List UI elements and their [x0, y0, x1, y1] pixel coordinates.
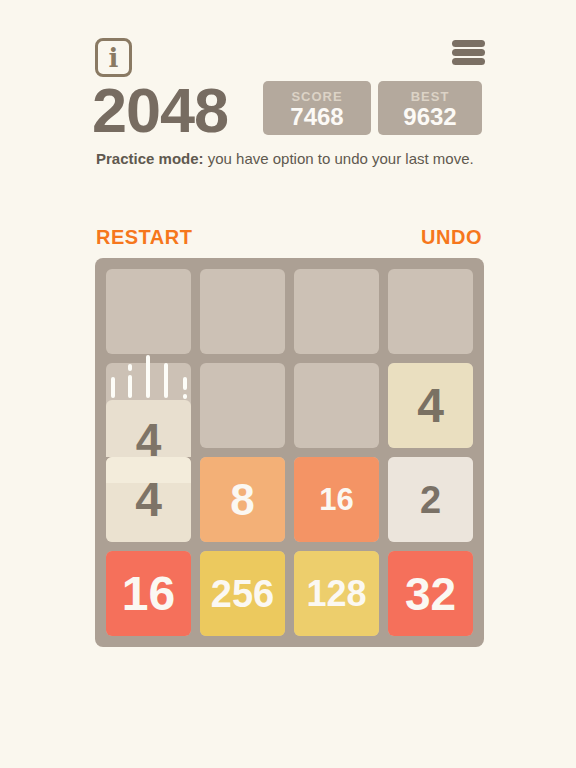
tile-8: 8	[200, 457, 285, 542]
tile-256: 256	[200, 551, 285, 636]
tile-value: 16	[319, 484, 353, 515]
game-board[interactable]: 4481621625612832 4	[95, 258, 484, 647]
best-label: BEST	[411, 89, 450, 104]
score-value: 7468	[290, 104, 343, 130]
cell-r2-c3: 2	[388, 457, 473, 542]
cell-r1-c3: 4	[388, 363, 473, 448]
restart-button[interactable]: RESTART	[96, 226, 192, 249]
practice-mode-note: Practice mode: you have option to undo y…	[96, 149, 496, 168]
board-grid: 4481621625612832	[95, 258, 484, 647]
tile-value: 4	[417, 382, 444, 430]
tile-value: 16	[122, 570, 175, 618]
practice-mode-label: Practice mode:	[96, 150, 204, 167]
tile-16: 16	[294, 457, 379, 542]
info-button[interactable]: i	[95, 38, 132, 77]
cell-r1-c1	[200, 363, 285, 448]
cell-r3-c3: 32	[388, 551, 473, 636]
cell-r3-c2: 128	[294, 551, 379, 636]
app-screen: i 2048 SCORE 7468 BEST 9632 Practice mod…	[0, 0, 576, 768]
hamburger-icon	[452, 40, 485, 47]
cell-r0-c0	[106, 269, 191, 354]
menu-button[interactable]	[452, 40, 485, 65]
best-box: BEST 9632	[378, 81, 482, 135]
tile-128: 128	[294, 551, 379, 636]
practice-mode-text: you have option to undo your last move.	[204, 150, 474, 167]
cell-r0-c2	[294, 269, 379, 354]
hamburger-icon	[452, 58, 485, 65]
tile-4: 4	[106, 457, 191, 542]
tile-value: 4	[135, 476, 162, 524]
cell-r2-c0: 4	[106, 457, 191, 542]
tile-value: 128	[306, 576, 366, 612]
cell-r0-c1	[200, 269, 285, 354]
tile-value: 8	[230, 478, 254, 522]
page-title: 2048	[92, 82, 228, 138]
tile-2: 2	[388, 457, 473, 542]
cell-r3-c0: 16	[106, 551, 191, 636]
cell-r3-c1: 256	[200, 551, 285, 636]
tile-value: 256	[211, 575, 274, 613]
score-label: SCORE	[291, 89, 342, 104]
tile-4: 4	[388, 363, 473, 448]
tile-value: 2	[420, 481, 441, 519]
hamburger-icon	[452, 49, 485, 56]
cell-r2-c2: 16	[294, 457, 379, 542]
cell-r1-c2	[294, 363, 379, 448]
best-value: 9632	[403, 104, 456, 130]
cell-r1-c0	[106, 363, 191, 448]
info-icon: i	[109, 45, 119, 71]
undo-button[interactable]: UNDO	[421, 226, 482, 249]
cell-r0-c3	[388, 269, 473, 354]
tile-32: 32	[388, 551, 473, 636]
tile-16: 16	[106, 551, 191, 636]
tile-value: 32	[405, 571, 456, 617]
score-box: SCORE 7468	[263, 81, 371, 135]
cell-r2-c1: 8	[200, 457, 285, 542]
